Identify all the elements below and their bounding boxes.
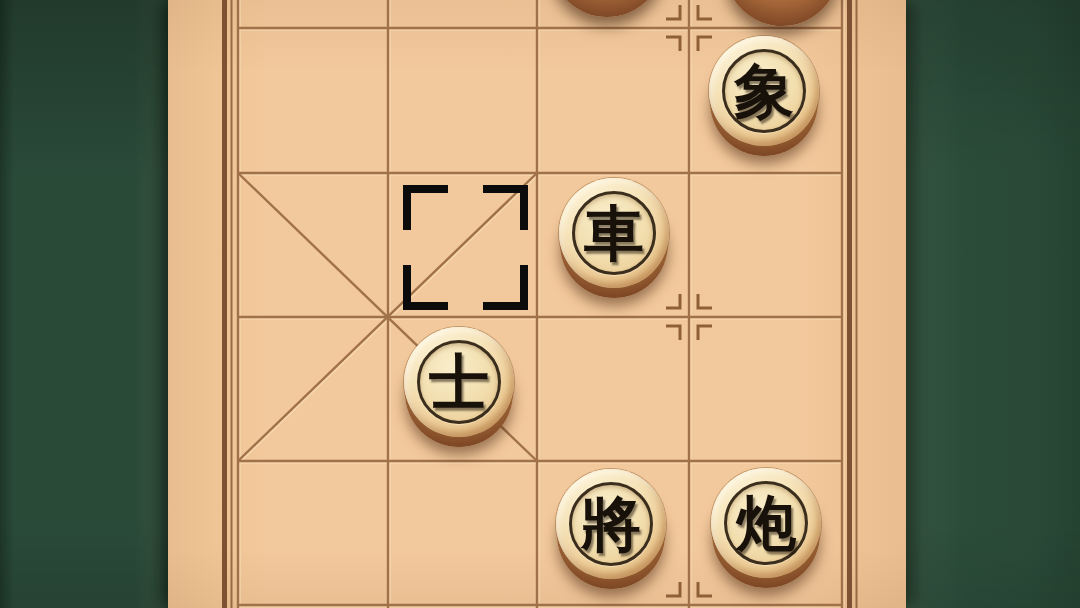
bracket-corner-top-left [403, 185, 448, 230]
piece-glyph: 士 [404, 327, 514, 437]
table-background-left [0, 0, 170, 608]
bracket-corner-top-right [483, 185, 528, 230]
bracket-corner-bottom-right [483, 265, 528, 310]
piece-black-chariot[interactable]: 車 [559, 178, 669, 288]
piece-black-elephant[interactable]: 象 [709, 36, 819, 146]
bracket-corner-bottom-left [403, 265, 448, 310]
piece-glyph: 炮 [711, 468, 821, 578]
table-background-right [906, 0, 1080, 608]
piece-glyph: 象 [709, 36, 819, 146]
piece-black-general[interactable]: 將 [556, 469, 666, 579]
move-target-marker[interactable] [403, 185, 528, 310]
game-stage: 象 車 士 將 炮 [0, 0, 1080, 608]
piece-glyph: 將 [556, 469, 666, 579]
piece-black-cannon[interactable]: 炮 [711, 468, 821, 578]
piece-black-advisor[interactable]: 士 [404, 327, 514, 437]
piece-glyph: 車 [559, 178, 669, 288]
